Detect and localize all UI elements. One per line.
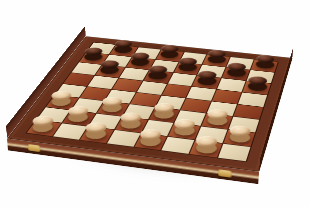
checkers-board: ⛂⛂⛂⛂⛂⛂⛂⛂⛂⛂⛂⛂⛀⛀⛀⛀⛀⛀⛀⛀⛀⛀⛀⛀ xyxy=(7,36,292,172)
square-f4[interactable] xyxy=(187,87,216,101)
square-g3[interactable] xyxy=(217,78,245,92)
square-g8[interactable]: ⛀ xyxy=(190,140,223,157)
dark-man-c2[interactable]: ⛂ xyxy=(129,59,151,68)
light-man-a6[interactable]: ⛀ xyxy=(50,97,75,108)
light-man-f7[interactable]: ⛀ xyxy=(172,125,196,137)
light-man-g8[interactable]: ⛀ xyxy=(194,142,219,155)
square-b4[interactable] xyxy=(88,75,118,88)
dark-man-h3[interactable]: ⛂ xyxy=(246,83,267,94)
dark-man-f3[interactable]: ⛂ xyxy=(196,77,218,87)
square-h4[interactable] xyxy=(238,92,267,106)
dark-man-b1[interactable]: ⛂ xyxy=(113,46,134,55)
light-man-b7[interactable]: ⛀ xyxy=(66,112,91,124)
brass-clasp-right xyxy=(218,169,232,178)
light-man-e8[interactable]: ⛀ xyxy=(138,135,163,148)
dark-man-b3[interactable]: ⛂ xyxy=(99,66,122,76)
square-a4[interactable] xyxy=(63,73,94,86)
square-g2[interactable]: ⛂ xyxy=(222,67,250,80)
light-man-c8[interactable]: ⛀ xyxy=(84,129,110,142)
light-man-e6[interactable]: ⛀ xyxy=(152,109,176,121)
light-man-c6[interactable]: ⛀ xyxy=(100,103,124,114)
dark-man-g2[interactable]: ⛂ xyxy=(225,69,246,79)
light-man-a8[interactable]: ⛀ xyxy=(31,122,57,134)
dark-man-d3[interactable]: ⛂ xyxy=(147,72,169,82)
light-man-d7[interactable]: ⛀ xyxy=(119,119,144,131)
dark-man-h1[interactable]: ⛂ xyxy=(254,61,274,71)
dark-man-e2[interactable]: ⛂ xyxy=(177,64,198,74)
light-man-h7[interactable]: ⛀ xyxy=(227,132,251,145)
square-h8[interactable] xyxy=(218,144,250,162)
dark-man-f1[interactable]: ⛂ xyxy=(206,56,227,65)
square-h5[interactable] xyxy=(234,104,264,119)
square-c8[interactable]: ⛀ xyxy=(80,127,114,143)
brass-clasp-left xyxy=(28,144,41,152)
light-man-g6[interactable]: ⛀ xyxy=(205,115,228,127)
dark-man-d1[interactable]: ⛂ xyxy=(159,51,180,60)
product-photo-canvas: ⛂⛂⛂⛂⛂⛂⛂⛂⛂⛂⛂⛂⛀⛀⛀⛀⛀⛀⛀⛀⛀⛀⛀⛀ xyxy=(0,0,310,207)
